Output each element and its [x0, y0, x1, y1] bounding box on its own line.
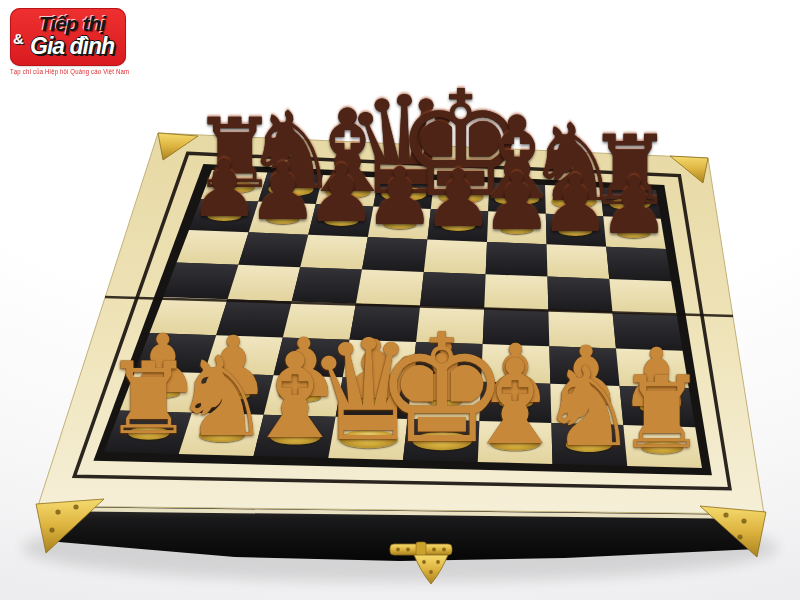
logo-tagline: Tạp chí của Hiệp hội Quảng cáo Việt Nam [10, 68, 117, 75]
logo-line2: Gia đình [24, 33, 120, 60]
piece-black-pawn-h7: ♟ [598, 166, 669, 245]
pieces-layer: ♜♞♝♛♚♝♞♜♟♟♟♟♟♟♟♟♟♟♟♟♟♟♟♟♜♞♝♛♚♝♞♜ [0, 0, 800, 600]
magazine-watermark: Tiếp thị & Gia đình Tạp chí của Hiệp hội… [10, 8, 126, 75]
product-photo: ♜♞♝♛♚♝♞♜♟♟♟♟♟♟♟♟♟♟♟♟♟♟♟♟♜♞♝♛♚♝♞♜ Tiếp th… [0, 0, 800, 600]
magazine-logo-box: Tiếp thị & Gia đình [10, 8, 126, 66]
piece-white-rook-h1: ♜ [617, 364, 706, 463]
ampersand-glyph: & [13, 30, 24, 47]
